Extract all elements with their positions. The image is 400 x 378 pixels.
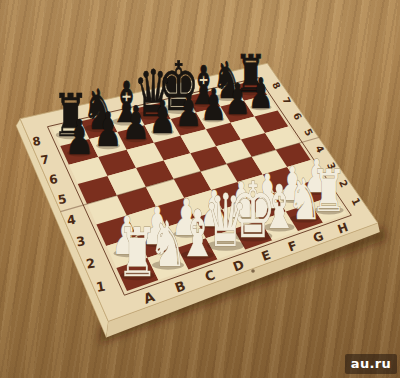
watermark: au.ru <box>345 354 397 374</box>
product-photo-scene: 8765432187654321ABCDEFGH♜♞♝♟♚♟♛♟♝♟♞♟♜♟♟♟… <box>0 0 400 378</box>
watermark-text: au.ru <box>351 356 391 371</box>
photo-vignette <box>0 0 400 378</box>
